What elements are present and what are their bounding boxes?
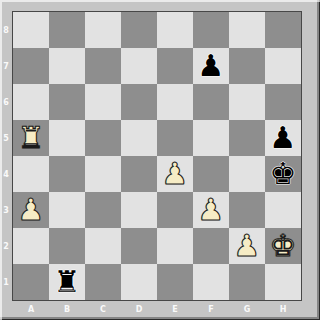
square-h7[interactable]	[265, 48, 301, 84]
square-d4[interactable]	[121, 156, 157, 192]
piece-white-pawn-f3[interactable]: ♟	[193, 192, 229, 228]
square-d7[interactable]	[121, 48, 157, 84]
rank-label-3: 3	[0, 192, 12, 228]
rank-label-1: 1	[0, 264, 12, 300]
square-h3[interactable]	[265, 192, 301, 228]
file-label-h: H	[265, 302, 301, 316]
square-a2[interactable]	[13, 228, 49, 264]
square-a5[interactable]: ♜	[13, 120, 49, 156]
square-c2[interactable]	[85, 228, 121, 264]
square-d5[interactable]	[121, 120, 157, 156]
chessboard[interactable]: ♟♜♟♟♚♟♟♟♚♜	[12, 11, 302, 301]
square-a1[interactable]	[13, 264, 49, 300]
rank-label-7: 7	[0, 48, 12, 84]
square-e6[interactable]	[157, 84, 193, 120]
square-c1[interactable]	[85, 264, 121, 300]
rank-label-4: 4	[0, 156, 12, 192]
square-a7[interactable]	[13, 48, 49, 84]
square-f7[interactable]: ♟	[193, 48, 229, 84]
piece-black-pawn-f7[interactable]: ♟	[193, 48, 229, 84]
square-f6[interactable]	[193, 84, 229, 120]
square-c6[interactable]	[85, 84, 121, 120]
rank-label-8: 8	[0, 12, 12, 48]
square-g8[interactable]	[229, 12, 265, 48]
square-g4[interactable]	[229, 156, 265, 192]
square-b6[interactable]	[49, 84, 85, 120]
square-c8[interactable]	[85, 12, 121, 48]
square-c5[interactable]	[85, 120, 121, 156]
file-label-a: A	[13, 302, 49, 316]
square-g5[interactable]	[229, 120, 265, 156]
square-d6[interactable]	[121, 84, 157, 120]
square-g1[interactable]	[229, 264, 265, 300]
file-labels: ABCDEFGH	[13, 302, 301, 316]
square-f4[interactable]	[193, 156, 229, 192]
square-b1[interactable]: ♜	[49, 264, 85, 300]
square-e5[interactable]	[157, 120, 193, 156]
piece-white-king-h2[interactable]: ♚	[265, 228, 301, 264]
rank-label-6: 6	[0, 84, 12, 120]
square-g2[interactable]: ♟	[229, 228, 265, 264]
file-label-c: C	[85, 302, 121, 316]
square-e4[interactable]: ♟	[157, 156, 193, 192]
rank-label-2: 2	[0, 228, 12, 264]
piece-white-rook-a5[interactable]: ♜	[13, 120, 49, 156]
rank-labels: 87654321	[0, 12, 12, 300]
square-d1[interactable]	[121, 264, 157, 300]
file-label-f: F	[193, 302, 229, 316]
square-h6[interactable]	[265, 84, 301, 120]
square-g3[interactable]	[229, 192, 265, 228]
square-f5[interactable]	[193, 120, 229, 156]
piece-black-pawn-h5[interactable]: ♟	[265, 120, 301, 156]
square-c3[interactable]	[85, 192, 121, 228]
square-h4[interactable]: ♚	[265, 156, 301, 192]
piece-black-king-h4[interactable]: ♚	[265, 156, 301, 192]
square-b8[interactable]	[49, 12, 85, 48]
square-c7[interactable]	[85, 48, 121, 84]
square-b4[interactable]	[49, 156, 85, 192]
square-f3[interactable]: ♟	[193, 192, 229, 228]
square-g7[interactable]	[229, 48, 265, 84]
square-a8[interactable]	[13, 12, 49, 48]
square-h8[interactable]	[265, 12, 301, 48]
file-label-d: D	[121, 302, 157, 316]
square-f1[interactable]	[193, 264, 229, 300]
square-b5[interactable]	[49, 120, 85, 156]
square-h1[interactable]	[265, 264, 301, 300]
rank-label-5: 5	[0, 120, 12, 156]
square-h2[interactable]: ♚	[265, 228, 301, 264]
square-e2[interactable]	[157, 228, 193, 264]
piece-white-pawn-g2[interactable]: ♟	[229, 228, 265, 264]
square-h5[interactable]: ♟	[265, 120, 301, 156]
file-label-g: G	[229, 302, 265, 316]
chessboard-frame: 87654321 ♟♜♟♟♚♟♟♟♚♜ ABCDEFGH	[0, 0, 320, 320]
square-e1[interactable]	[157, 264, 193, 300]
square-g6[interactable]	[229, 84, 265, 120]
square-d3[interactable]	[121, 192, 157, 228]
square-a6[interactable]	[13, 84, 49, 120]
square-a4[interactable]	[13, 156, 49, 192]
square-e7[interactable]	[157, 48, 193, 84]
square-b3[interactable]	[49, 192, 85, 228]
piece-white-pawn-e4[interactable]: ♟	[157, 156, 193, 192]
square-d8[interactable]	[121, 12, 157, 48]
square-a3[interactable]: ♟	[13, 192, 49, 228]
square-b2[interactable]	[49, 228, 85, 264]
square-e3[interactable]	[157, 192, 193, 228]
square-b7[interactable]	[49, 48, 85, 84]
square-f8[interactable]	[193, 12, 229, 48]
file-label-e: E	[157, 302, 193, 316]
piece-black-rook-b1[interactable]: ♜	[49, 264, 85, 300]
file-label-b: B	[49, 302, 85, 316]
square-d2[interactable]	[121, 228, 157, 264]
square-f2[interactable]	[193, 228, 229, 264]
piece-white-pawn-a3[interactable]: ♟	[13, 192, 49, 228]
square-e8[interactable]	[157, 12, 193, 48]
square-c4[interactable]	[85, 156, 121, 192]
